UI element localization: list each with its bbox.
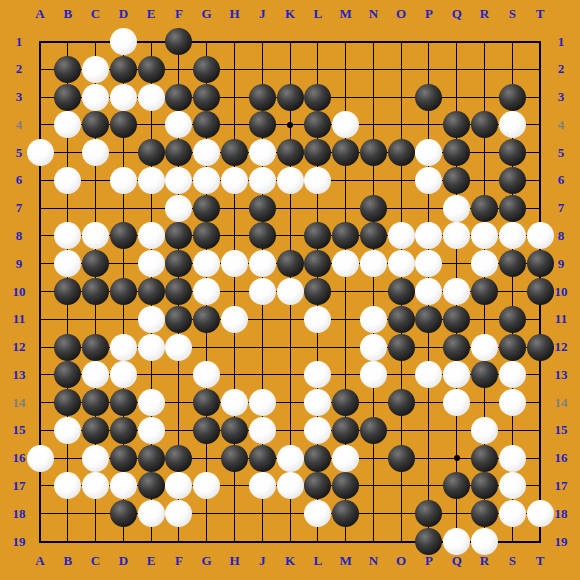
stone-white-R19[interactable] [471, 528, 498, 555]
stone-white-F17[interactable] [165, 472, 192, 499]
stone-white-Q13[interactable] [443, 361, 470, 388]
stone-white-E11[interactable] [138, 306, 165, 333]
stone-black-C4[interactable] [82, 111, 109, 138]
stone-white-L11[interactable] [304, 306, 331, 333]
stone-white-P5[interactable] [415, 139, 442, 166]
stone-black-O5[interactable] [388, 139, 415, 166]
stone-white-G9[interactable] [193, 250, 220, 277]
stone-white-A5[interactable] [27, 139, 54, 166]
stone-black-E17[interactable] [138, 472, 165, 499]
column-label-bottom-J: J [252, 553, 272, 569]
stone-white-C5[interactable] [82, 139, 109, 166]
row-label-left-1: 1 [9, 34, 29, 50]
stone-black-O16[interactable] [388, 445, 415, 472]
stone-black-N5[interactable] [360, 139, 387, 166]
stone-black-P19[interactable] [415, 528, 442, 555]
column-label-bottom-D: D [113, 553, 133, 569]
stone-black-G3[interactable] [193, 84, 220, 111]
stone-white-S18[interactable] [499, 500, 526, 527]
column-label-bottom-Q: Q [447, 553, 467, 569]
stone-black-F3[interactable] [165, 84, 192, 111]
stone-white-E9[interactable] [138, 250, 165, 277]
stone-white-Q10[interactable] [443, 278, 470, 305]
stone-white-F12[interactable] [165, 334, 192, 361]
stone-white-E12[interactable] [138, 334, 165, 361]
stone-black-S12[interactable] [499, 334, 526, 361]
stone-white-J5[interactable] [249, 139, 276, 166]
stone-white-E6[interactable] [138, 167, 165, 194]
star-point-K4 [287, 122, 293, 128]
stone-black-B10[interactable] [54, 278, 81, 305]
stone-white-E14[interactable] [138, 389, 165, 416]
stone-black-D10[interactable] [110, 278, 137, 305]
stone-white-R8[interactable] [471, 222, 498, 249]
stone-white-J17[interactable] [249, 472, 276, 499]
stone-white-C16[interactable] [82, 445, 109, 472]
stone-white-H14[interactable] [221, 389, 248, 416]
column-label-top-A: A [30, 6, 50, 22]
stone-black-T9[interactable] [527, 250, 554, 277]
stone-black-P3[interactable] [415, 84, 442, 111]
stone-white-B6[interactable] [54, 167, 81, 194]
stone-white-S4[interactable] [499, 111, 526, 138]
stone-white-D6[interactable] [110, 167, 137, 194]
stone-black-R13[interactable] [471, 361, 498, 388]
stone-black-B14[interactable] [54, 389, 81, 416]
stone-white-N13[interactable] [360, 361, 387, 388]
stone-white-C2[interactable] [82, 56, 109, 83]
stone-white-A16[interactable] [27, 445, 54, 472]
stone-black-R10[interactable] [471, 278, 498, 305]
stone-black-Q5[interactable] [443, 139, 470, 166]
stone-black-F16[interactable] [165, 445, 192, 472]
column-label-top-B: B [58, 6, 78, 22]
stone-black-R18[interactable] [471, 500, 498, 527]
stone-black-N8[interactable] [360, 222, 387, 249]
stone-black-G11[interactable] [193, 306, 220, 333]
row-label-right-15: 15 [551, 422, 571, 438]
stone-black-T10[interactable] [527, 278, 554, 305]
stone-white-D3[interactable] [110, 84, 137, 111]
stone-white-F7[interactable] [165, 195, 192, 222]
stone-black-J7[interactable] [249, 195, 276, 222]
column-label-top-O: O [391, 6, 411, 22]
column-label-top-T: T [530, 6, 550, 22]
row-label-left-13: 13 [9, 367, 29, 383]
stone-white-J9[interactable] [249, 250, 276, 277]
stone-black-Q6[interactable] [443, 167, 470, 194]
stone-black-S3[interactable] [499, 84, 526, 111]
stone-white-S13[interactable] [499, 361, 526, 388]
stone-white-N12[interactable] [360, 334, 387, 361]
stone-white-S17[interactable] [499, 472, 526, 499]
row-label-right-11: 11 [551, 311, 571, 327]
stone-white-O9[interactable] [388, 250, 415, 277]
stone-white-S8[interactable] [499, 222, 526, 249]
row-label-right-14: 14 [551, 395, 571, 411]
stone-white-B17[interactable] [54, 472, 81, 499]
stone-black-L8[interactable] [304, 222, 331, 249]
stone-black-F8[interactable] [165, 222, 192, 249]
column-label-bottom-A: A [30, 553, 50, 569]
row-label-right-10: 10 [551, 284, 571, 300]
go-board-screen: ABCDEFGHJKLMNOPQRST ABCDEFGHJKLMNOPQRST … [0, 0, 580, 580]
stone-white-L18[interactable] [304, 500, 331, 527]
stone-white-B9[interactable] [54, 250, 81, 277]
stone-white-M16[interactable] [332, 445, 359, 472]
stone-white-J14[interactable] [249, 389, 276, 416]
column-label-top-K: K [280, 6, 300, 22]
row-label-left-7: 7 [9, 200, 29, 216]
stone-white-E18[interactable] [138, 500, 165, 527]
row-label-left-10: 10 [9, 284, 29, 300]
stone-white-C8[interactable] [82, 222, 109, 249]
stone-black-D8[interactable] [110, 222, 137, 249]
column-label-bottom-R: R [474, 553, 494, 569]
stone-white-C13[interactable] [82, 361, 109, 388]
stone-black-F11[interactable] [165, 306, 192, 333]
stone-white-S14[interactable] [499, 389, 526, 416]
stone-black-Q4[interactable] [443, 111, 470, 138]
stone-black-L17[interactable] [304, 472, 331, 499]
stone-white-Q8[interactable] [443, 222, 470, 249]
row-label-right-7: 7 [551, 200, 571, 216]
stone-black-O14[interactable] [388, 389, 415, 416]
stone-black-M15[interactable] [332, 417, 359, 444]
stone-black-Q11[interactable] [443, 306, 470, 333]
stone-white-C17[interactable] [82, 472, 109, 499]
column-label-bottom-E: E [141, 553, 161, 569]
stone-white-H11[interactable] [221, 306, 248, 333]
stone-black-M14[interactable] [332, 389, 359, 416]
column-label-bottom-N: N [363, 553, 383, 569]
row-label-left-15: 15 [9, 422, 29, 438]
stone-white-D13[interactable] [110, 361, 137, 388]
stone-black-L9[interactable] [304, 250, 331, 277]
stone-white-F4[interactable] [165, 111, 192, 138]
stone-white-G10[interactable] [193, 278, 220, 305]
row-label-left-8: 8 [9, 228, 29, 244]
row-label-left-3: 3 [9, 89, 29, 105]
stone-black-F10[interactable] [165, 278, 192, 305]
stone-white-R12[interactable] [471, 334, 498, 361]
row-label-right-3: 3 [551, 89, 571, 105]
column-label-top-R: R [474, 6, 494, 22]
stone-black-E10[interactable] [138, 278, 165, 305]
stone-white-B4[interactable] [54, 111, 81, 138]
row-label-left-2: 2 [9, 61, 29, 77]
stone-white-L13[interactable] [304, 361, 331, 388]
column-label-top-G: G [197, 6, 217, 22]
row-label-right-9: 9 [551, 256, 571, 272]
stone-black-F1[interactable] [165, 28, 192, 55]
stone-white-T18[interactable] [527, 500, 554, 527]
column-label-top-D: D [113, 6, 133, 22]
stone-white-L14[interactable] [304, 389, 331, 416]
stone-black-D16[interactable] [110, 445, 137, 472]
stone-white-P9[interactable] [415, 250, 442, 277]
stone-black-J4[interactable] [249, 111, 276, 138]
stone-white-G17[interactable] [193, 472, 220, 499]
stone-white-P8[interactable] [415, 222, 442, 249]
row-label-right-19: 19 [551, 534, 571, 550]
stone-black-M18[interactable] [332, 500, 359, 527]
stone-white-G13[interactable] [193, 361, 220, 388]
row-label-right-16: 16 [551, 450, 571, 466]
column-label-bottom-K: K [280, 553, 300, 569]
row-label-left-12: 12 [9, 339, 29, 355]
row-label-right-5: 5 [551, 145, 571, 161]
stone-white-F18[interactable] [165, 500, 192, 527]
column-label-bottom-P: P [419, 553, 439, 569]
stone-black-N15[interactable] [360, 417, 387, 444]
stone-black-C12[interactable] [82, 334, 109, 361]
column-label-top-J: J [252, 6, 272, 22]
column-label-top-C: C [86, 6, 106, 22]
stone-white-E15[interactable] [138, 417, 165, 444]
stone-black-D2[interactable] [110, 56, 137, 83]
stone-black-P18[interactable] [415, 500, 442, 527]
stone-black-O10[interactable] [388, 278, 415, 305]
stone-black-G14[interactable] [193, 389, 220, 416]
row-label-left-17: 17 [9, 478, 29, 494]
stone-black-M17[interactable] [332, 472, 359, 499]
stone-black-L3[interactable] [304, 84, 331, 111]
stone-black-N7[interactable] [360, 195, 387, 222]
stone-black-C9[interactable] [82, 250, 109, 277]
stone-white-J6[interactable] [249, 167, 276, 194]
stone-black-R7[interactable] [471, 195, 498, 222]
stone-black-M5[interactable] [332, 139, 359, 166]
stone-white-T8[interactable] [527, 222, 554, 249]
stone-white-R9[interactable] [471, 250, 498, 277]
stone-black-O11[interactable] [388, 306, 415, 333]
row-label-left-18: 18 [9, 506, 29, 522]
row-label-right-13: 13 [551, 367, 571, 383]
row-label-left-14: 14 [9, 395, 29, 411]
stone-white-R15[interactable] [471, 417, 498, 444]
stone-white-E8[interactable] [138, 222, 165, 249]
stone-black-B2[interactable] [54, 56, 81, 83]
column-label-top-L: L [308, 6, 328, 22]
stone-black-H16[interactable] [221, 445, 248, 472]
stone-black-G8[interactable] [193, 222, 220, 249]
stone-white-G6[interactable] [193, 167, 220, 194]
row-label-left-19: 19 [9, 534, 29, 550]
stone-white-Q19[interactable] [443, 528, 470, 555]
stone-white-F6[interactable] [165, 167, 192, 194]
stone-white-S16[interactable] [499, 445, 526, 472]
row-label-left-11: 11 [9, 311, 29, 327]
stone-black-R17[interactable] [471, 472, 498, 499]
stone-black-G15[interactable] [193, 417, 220, 444]
stone-black-K3[interactable] [277, 84, 304, 111]
row-label-right-1: 1 [551, 34, 571, 50]
stone-white-N11[interactable] [360, 306, 387, 333]
stone-black-L16[interactable] [304, 445, 331, 472]
stone-white-B8[interactable] [54, 222, 81, 249]
stone-white-K16[interactable] [277, 445, 304, 472]
row-label-right-2: 2 [551, 61, 571, 77]
column-label-top-P: P [419, 6, 439, 22]
column-label-bottom-O: O [391, 553, 411, 569]
column-label-bottom-H: H [224, 553, 244, 569]
stone-white-J10[interactable] [249, 278, 276, 305]
column-label-top-N: N [363, 6, 383, 22]
stone-black-S6[interactable] [499, 167, 526, 194]
stone-white-P10[interactable] [415, 278, 442, 305]
stone-black-J3[interactable] [249, 84, 276, 111]
row-label-right-12: 12 [551, 339, 571, 355]
stone-black-Q12[interactable] [443, 334, 470, 361]
stone-black-H5[interactable] [221, 139, 248, 166]
column-label-bottom-B: B [58, 553, 78, 569]
stone-white-O8[interactable] [388, 222, 415, 249]
stone-black-R16[interactable] [471, 445, 498, 472]
stone-black-L10[interactable] [304, 278, 331, 305]
row-label-right-6: 6 [551, 172, 571, 188]
stone-black-J16[interactable] [249, 445, 276, 472]
column-label-top-E: E [141, 6, 161, 22]
stone-white-L15[interactable] [304, 417, 331, 444]
stone-white-P13[interactable] [415, 361, 442, 388]
stone-white-K6[interactable] [277, 167, 304, 194]
stone-black-R4[interactable] [471, 111, 498, 138]
stone-black-Q17[interactable] [443, 472, 470, 499]
stone-white-D1[interactable] [110, 28, 137, 55]
row-label-left-5: 5 [9, 145, 29, 161]
stone-black-T12[interactable] [527, 334, 554, 361]
stone-black-D18[interactable] [110, 500, 137, 527]
row-label-left-4: 4 [9, 117, 29, 133]
stone-black-B12[interactable] [54, 334, 81, 361]
stone-white-H9[interactable] [221, 250, 248, 277]
column-label-top-H: H [224, 6, 244, 22]
stone-black-J8[interactable] [249, 222, 276, 249]
stone-black-E5[interactable] [138, 139, 165, 166]
stone-black-B3[interactable] [54, 84, 81, 111]
stone-black-K5[interactable] [277, 139, 304, 166]
stone-white-C3[interactable] [82, 84, 109, 111]
column-label-top-M: M [336, 6, 356, 22]
stone-white-N9[interactable] [360, 250, 387, 277]
stone-white-K17[interactable] [277, 472, 304, 499]
star-point-Q16 [454, 455, 460, 461]
row-label-right-17: 17 [551, 478, 571, 494]
row-label-left-6: 6 [9, 172, 29, 188]
stone-black-G4[interactable] [193, 111, 220, 138]
stone-white-Q14[interactable] [443, 389, 470, 416]
stone-black-E16[interactable] [138, 445, 165, 472]
stone-black-C14[interactable] [82, 389, 109, 416]
stone-black-G2[interactable] [193, 56, 220, 83]
stone-white-B15[interactable] [54, 417, 81, 444]
column-label-top-Q: Q [447, 6, 467, 22]
stone-black-S11[interactable] [499, 306, 526, 333]
stone-black-S7[interactable] [499, 195, 526, 222]
column-label-bottom-M: M [336, 553, 356, 569]
grid-line-v-N [373, 41, 374, 543]
stone-white-D12[interactable] [110, 334, 137, 361]
column-label-bottom-S: S [502, 553, 522, 569]
stone-black-M8[interactable] [332, 222, 359, 249]
stone-white-P6[interactable] [415, 167, 442, 194]
column-label-bottom-C: C [86, 553, 106, 569]
row-label-left-9: 9 [9, 256, 29, 272]
stone-black-P11[interactable] [415, 306, 442, 333]
stone-black-S9[interactable] [499, 250, 526, 277]
stone-white-J15[interactable] [249, 417, 276, 444]
stone-black-C10[interactable] [82, 278, 109, 305]
stone-white-K10[interactable] [277, 278, 304, 305]
column-label-top-S: S [502, 6, 522, 22]
stone-white-L6[interactable] [304, 167, 331, 194]
stone-black-K9[interactable] [277, 250, 304, 277]
column-label-bottom-F: F [169, 553, 189, 569]
stone-black-F5[interactable] [165, 139, 192, 166]
stone-black-S5[interactable] [499, 139, 526, 166]
row-label-right-8: 8 [551, 228, 571, 244]
stone-black-D15[interactable] [110, 417, 137, 444]
stone-white-H6[interactable] [221, 167, 248, 194]
stone-black-L5[interactable] [304, 139, 331, 166]
stone-white-Q7[interactable] [443, 195, 470, 222]
stone-black-G7[interactable] [193, 195, 220, 222]
stone-black-E2[interactable] [138, 56, 165, 83]
stone-black-H15[interactable] [221, 417, 248, 444]
stone-black-C15[interactable] [82, 417, 109, 444]
stone-black-L4[interactable] [304, 111, 331, 138]
stone-white-M9[interactable] [332, 250, 359, 277]
column-label-bottom-L: L [308, 553, 328, 569]
stone-white-M4[interactable] [332, 111, 359, 138]
stone-black-O12[interactable] [388, 334, 415, 361]
stone-black-D14[interactable] [110, 389, 137, 416]
stone-white-D17[interactable] [110, 472, 137, 499]
stone-black-B13[interactable] [54, 361, 81, 388]
column-label-top-F: F [169, 6, 189, 22]
stone-white-G5[interactable] [193, 139, 220, 166]
stone-white-E3[interactable] [138, 84, 165, 111]
row-label-right-18: 18 [551, 506, 571, 522]
row-label-right-4: 4 [551, 117, 571, 133]
column-label-bottom-G: G [197, 553, 217, 569]
stone-black-F9[interactable] [165, 250, 192, 277]
column-label-bottom-T: T [530, 553, 550, 569]
stone-black-D4[interactable] [110, 111, 137, 138]
